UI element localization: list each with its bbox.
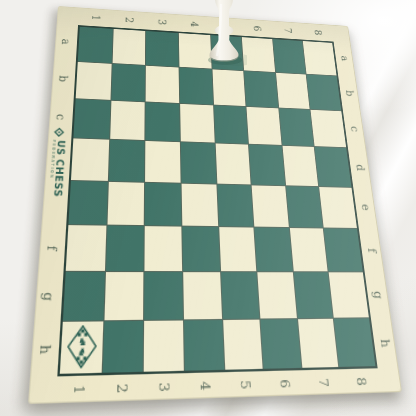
bottom-rank-label-6: 6 xyxy=(278,379,291,388)
square-h6 xyxy=(261,319,301,369)
square-g7 xyxy=(294,272,334,318)
square-g6 xyxy=(257,272,296,318)
top-rank-label-3: 3 xyxy=(156,19,167,25)
square-f2 xyxy=(106,225,144,271)
square-g1 xyxy=(63,272,105,321)
square-a3 xyxy=(146,31,178,67)
square-g3 xyxy=(144,272,182,320)
square-c1 xyxy=(73,99,110,139)
right-file-label-f: f xyxy=(366,248,378,252)
right-file-label-c: c xyxy=(349,126,360,132)
right-file-label-g: g xyxy=(372,291,384,299)
square-c4 xyxy=(180,104,214,143)
square-g5 xyxy=(221,272,260,319)
bottom-rank-label-8: 8 xyxy=(354,377,367,386)
square-f1 xyxy=(66,225,106,271)
bottom-rank-label-3: 3 xyxy=(157,382,171,392)
right-file-label-d: d xyxy=(354,164,365,171)
square-a8 xyxy=(303,41,336,75)
square-d8 xyxy=(315,147,351,186)
square-g4 xyxy=(183,272,222,319)
square-e7 xyxy=(286,186,323,227)
square-b3 xyxy=(146,66,179,103)
top-rank-label-8: 8 xyxy=(312,29,322,35)
square-h2 xyxy=(102,321,143,373)
square-f3 xyxy=(145,226,182,271)
square-c2 xyxy=(110,101,145,140)
right-file-label-h: h xyxy=(379,339,392,348)
square-c5 xyxy=(214,106,249,144)
left-file-label-a: a xyxy=(60,39,72,45)
square-b7 xyxy=(276,73,310,109)
square-e2 xyxy=(107,181,144,224)
photo-scene: ♞ ♞ US CHESS FEDERATION 11aa22bb33cc44d5… xyxy=(0,0,416,416)
square-d6 xyxy=(249,145,285,185)
square-a2 xyxy=(112,29,145,65)
square-d4 xyxy=(181,143,216,184)
square-e3 xyxy=(145,182,181,225)
square-h1: ♞ ♞ xyxy=(60,321,103,374)
square-h3 xyxy=(144,320,184,371)
left-file-label-b: b xyxy=(57,75,69,82)
us-chess-border-logo: US CHESS FEDERATION xyxy=(48,127,67,197)
square-b1 xyxy=(76,62,112,100)
square-e8 xyxy=(319,187,356,228)
square-e1 xyxy=(68,180,107,224)
top-rank-label-4: 4 xyxy=(189,21,200,27)
left-file-label-h: h xyxy=(38,344,53,354)
square-h5 xyxy=(223,319,263,369)
square-f5 xyxy=(219,227,257,271)
right-file-label-e: e xyxy=(360,204,372,211)
right-file-label-b: b xyxy=(344,90,355,97)
square-g2 xyxy=(104,272,144,320)
white-king-piece xyxy=(201,0,247,66)
square-g8 xyxy=(329,272,369,317)
square-b5 xyxy=(212,69,246,106)
square-d7 xyxy=(282,146,318,186)
top-rank-label-2: 2 xyxy=(123,17,134,24)
bottom-rank-label-7: 7 xyxy=(316,378,329,387)
left-file-label-g: g xyxy=(41,293,55,302)
square-c6 xyxy=(247,107,282,145)
square-c3 xyxy=(146,103,180,142)
square-f6 xyxy=(254,227,292,271)
square-f7 xyxy=(290,228,328,271)
square-b2 xyxy=(111,64,145,102)
square-h4 xyxy=(184,320,224,371)
square-b8 xyxy=(307,75,341,111)
square-d1 xyxy=(71,139,109,181)
square-b4 xyxy=(179,68,212,105)
us-chess-corner-emblem: ♞ ♞ xyxy=(66,325,98,369)
left-file-label-c: c xyxy=(54,114,66,121)
bottom-rank-label-4: 4 xyxy=(198,381,211,391)
square-d2 xyxy=(109,140,145,181)
top-rank-label-6: 6 xyxy=(252,25,262,31)
square-h7 xyxy=(298,319,339,368)
board-grid: ♞ ♞ xyxy=(57,25,377,376)
square-a1 xyxy=(78,27,113,63)
square-d3 xyxy=(145,141,180,182)
bottom-rank-label-5: 5 xyxy=(238,380,251,390)
square-e5 xyxy=(217,184,254,226)
square-e6 xyxy=(252,185,289,227)
square-f4 xyxy=(182,226,219,271)
right-file-label-a: a xyxy=(340,56,351,62)
svg-text:♞: ♞ xyxy=(76,346,86,359)
left-file-label-f: f xyxy=(45,245,58,250)
square-e4 xyxy=(181,183,217,226)
bottom-rank-label-1: 1 xyxy=(71,385,86,395)
square-b6 xyxy=(244,71,278,107)
bottom-rank-label-2: 2 xyxy=(114,383,128,393)
square-c8 xyxy=(311,110,346,147)
square-f8 xyxy=(324,228,363,271)
square-h8 xyxy=(334,318,375,367)
square-c7 xyxy=(279,109,314,147)
top-rank-label-7: 7 xyxy=(282,27,292,33)
square-a7 xyxy=(273,39,306,74)
square-d5 xyxy=(215,144,251,184)
us-chess-knight-icon xyxy=(54,127,66,137)
top-rank-label-1: 1 xyxy=(90,14,101,21)
